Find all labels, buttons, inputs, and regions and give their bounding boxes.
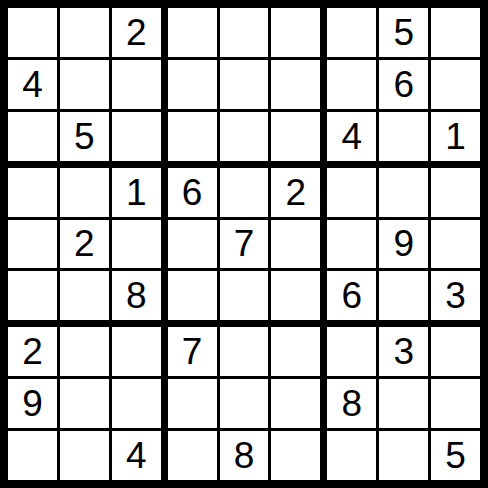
cell-r8c9[interactable]	[431, 379, 480, 428]
cell-r1c3[interactable]: 2	[112, 8, 161, 57]
cell-r4c5[interactable]	[220, 168, 269, 217]
cell-r1c1[interactable]	[8, 8, 57, 57]
cell-r3c8[interactable]	[379, 112, 428, 161]
cell-r1c7[interactable]	[327, 8, 376, 57]
cell-r7c7[interactable]	[327, 327, 376, 376]
cell-r8c4[interactable]	[168, 379, 217, 428]
cell-r4c7[interactable]	[327, 168, 376, 217]
cell-r2c8[interactable]: 6	[379, 60, 428, 109]
cell-r3c5[interactable]	[220, 112, 269, 161]
cell-r2c1[interactable]: 4	[8, 60, 57, 109]
cell-r1c9[interactable]	[431, 8, 480, 57]
cell-r4c1[interactable]	[8, 168, 57, 217]
cell-r1c6[interactable]	[271, 8, 320, 57]
cell-r2c5[interactable]	[220, 60, 269, 109]
cell-r7c9[interactable]	[431, 327, 480, 376]
cell-r1c5[interactable]	[220, 8, 269, 57]
cell-r9c8[interactable]	[379, 431, 428, 480]
cell-r6c2[interactable]	[60, 271, 109, 320]
cell-r3c9[interactable]: 1	[431, 112, 480, 161]
cell-r8c2[interactable]	[60, 379, 109, 428]
cell-r1c2[interactable]	[60, 8, 109, 57]
cell-r6c9[interactable]: 3	[431, 271, 480, 320]
cell-r9c3[interactable]: 4	[112, 431, 161, 480]
cell-r5c5[interactable]: 7	[220, 220, 269, 269]
cell-r5c4[interactable]	[168, 220, 217, 269]
cell-r6c7[interactable]: 6	[327, 271, 376, 320]
cell-r6c3[interactable]: 8	[112, 271, 161, 320]
cell-r5c3[interactable]	[112, 220, 161, 269]
cell-r6c5[interactable]	[220, 271, 269, 320]
cell-r4c9[interactable]	[431, 168, 480, 217]
cell-r1c4[interactable]	[168, 8, 217, 57]
cell-r2c2[interactable]	[60, 60, 109, 109]
cell-r6c1[interactable]	[8, 271, 57, 320]
cell-r8c6[interactable]	[271, 379, 320, 428]
cell-r4c3[interactable]: 1	[112, 168, 161, 217]
cell-r8c1[interactable]: 9	[8, 379, 57, 428]
cell-r7c8[interactable]: 3	[379, 327, 428, 376]
cell-r9c6[interactable]	[271, 431, 320, 480]
cell-r9c1[interactable]	[8, 431, 57, 480]
cell-r8c7[interactable]: 8	[327, 379, 376, 428]
cell-r3c4[interactable]	[168, 112, 217, 161]
cell-r6c8[interactable]	[379, 271, 428, 320]
sudoku-page: 254654116227986327398485	[0, 0, 488, 488]
cell-r5c1[interactable]	[8, 220, 57, 269]
cell-r3c1[interactable]	[8, 112, 57, 161]
cell-r5c8[interactable]: 9	[379, 220, 428, 269]
cell-r5c6[interactable]	[271, 220, 320, 269]
cell-r7c1[interactable]: 2	[8, 327, 57, 376]
cell-r8c3[interactable]	[112, 379, 161, 428]
sudoku-board: 254654116227986327398485	[0, 0, 488, 488]
cell-r2c6[interactable]	[271, 60, 320, 109]
cell-r6c6[interactable]	[271, 271, 320, 320]
cell-r2c9[interactable]	[431, 60, 480, 109]
cell-r4c8[interactable]	[379, 168, 428, 217]
cell-r9c2[interactable]	[60, 431, 109, 480]
cell-r3c6[interactable]	[271, 112, 320, 161]
cell-r3c3[interactable]	[112, 112, 161, 161]
cell-r6c4[interactable]	[168, 271, 217, 320]
cell-r2c3[interactable]	[112, 60, 161, 109]
cell-r4c4[interactable]: 6	[168, 168, 217, 217]
cell-r8c5[interactable]	[220, 379, 269, 428]
cell-r5c2[interactable]: 2	[60, 220, 109, 269]
cell-r7c4[interactable]: 7	[168, 327, 217, 376]
cell-r7c3[interactable]	[112, 327, 161, 376]
cell-r9c9[interactable]: 5	[431, 431, 480, 480]
cell-r5c9[interactable]	[431, 220, 480, 269]
cell-r3c2[interactable]: 5	[60, 112, 109, 161]
cell-r9c4[interactable]	[168, 431, 217, 480]
cell-r9c5[interactable]: 8	[220, 431, 269, 480]
cell-r7c2[interactable]	[60, 327, 109, 376]
cell-r2c7[interactable]	[327, 60, 376, 109]
cell-r2c4[interactable]	[168, 60, 217, 109]
cell-r3c7[interactable]: 4	[327, 112, 376, 161]
cell-r4c2[interactable]	[60, 168, 109, 217]
cell-r9c7[interactable]	[327, 431, 376, 480]
cell-r7c5[interactable]	[220, 327, 269, 376]
cell-r4c6[interactable]: 2	[271, 168, 320, 217]
cell-r5c7[interactable]	[327, 220, 376, 269]
cell-r1c8[interactable]: 5	[379, 8, 428, 57]
cell-r7c6[interactable]	[271, 327, 320, 376]
cell-r8c8[interactable]	[379, 379, 428, 428]
